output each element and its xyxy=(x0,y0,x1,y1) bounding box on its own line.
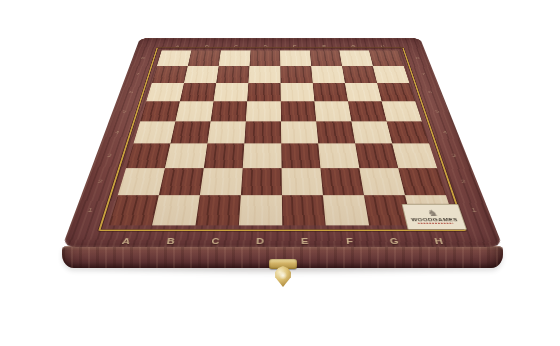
square-c1[interactable] xyxy=(195,195,240,225)
square-a6[interactable] xyxy=(146,83,184,101)
square-d1[interactable] xyxy=(239,195,282,225)
square-b5[interactable] xyxy=(175,101,213,121)
brand-label: ♞ WOODGAMES xyxy=(402,204,467,230)
square-g7[interactable] xyxy=(342,66,377,83)
square-g2[interactable] xyxy=(359,168,405,195)
square-d7[interactable] xyxy=(248,66,280,83)
square-h6[interactable] xyxy=(377,83,415,101)
square-d6[interactable] xyxy=(247,83,281,101)
square-c4[interactable] xyxy=(207,121,245,143)
square-f5[interactable] xyxy=(314,101,351,121)
square-b1[interactable] xyxy=(152,195,200,225)
square-e8[interactable] xyxy=(280,50,311,66)
square-g3[interactable] xyxy=(355,144,398,168)
square-g8[interactable] xyxy=(339,50,372,66)
square-a2[interactable] xyxy=(118,168,165,195)
file-label: G xyxy=(371,236,418,246)
brass-clasp xyxy=(266,258,300,290)
file-label: A xyxy=(102,236,149,246)
file-label: E xyxy=(282,236,327,246)
product-photo-stage: ABCDEFGH ABCDEFGH 87654321 87654321 ♞ WO… xyxy=(0,0,560,346)
square-f7[interactable] xyxy=(311,66,345,83)
square-f2[interactable] xyxy=(320,168,363,195)
square-g4[interactable] xyxy=(351,121,392,143)
square-c8[interactable] xyxy=(219,50,251,66)
square-b7[interactable] xyxy=(184,66,219,83)
square-g6[interactable] xyxy=(345,83,382,101)
file-labels-front: ABCDEFGH xyxy=(102,236,462,246)
square-a8[interactable] xyxy=(157,50,191,66)
brand-tagline-line xyxy=(417,223,454,224)
square-e3[interactable] xyxy=(281,144,320,168)
square-f1[interactable] xyxy=(323,195,369,225)
square-b4[interactable] xyxy=(170,121,210,143)
square-h8[interactable] xyxy=(369,50,404,66)
square-c7[interactable] xyxy=(216,66,249,83)
square-c5[interactable] xyxy=(211,101,248,121)
square-a4[interactable] xyxy=(133,121,175,143)
square-e2[interactable] xyxy=(282,168,323,195)
square-c6[interactable] xyxy=(214,83,249,101)
square-e5[interactable] xyxy=(281,101,316,121)
square-a3[interactable] xyxy=(126,144,170,168)
square-h5[interactable] xyxy=(382,101,422,121)
file-label: C xyxy=(192,236,238,246)
square-e1[interactable] xyxy=(282,195,326,225)
square-h4[interactable] xyxy=(387,121,429,143)
square-g5[interactable] xyxy=(348,101,387,121)
square-b3[interactable] xyxy=(165,144,207,168)
square-a7[interactable] xyxy=(152,66,188,83)
clasp-pendant xyxy=(273,266,293,287)
chess-board: ABCDEFGH ABCDEFGH 87654321 87654321 ♞ WO… xyxy=(62,38,503,247)
square-d4[interactable] xyxy=(244,121,281,143)
square-d2[interactable] xyxy=(241,168,282,195)
square-b6[interactable] xyxy=(180,83,216,101)
square-d8[interactable] xyxy=(249,50,280,66)
brand-text: WOODGAMES xyxy=(411,217,459,222)
square-a5[interactable] xyxy=(140,101,180,121)
square-f3[interactable] xyxy=(318,144,359,168)
square-c3[interactable] xyxy=(204,144,245,168)
file-label: F xyxy=(327,236,373,246)
square-h7[interactable] xyxy=(373,66,409,83)
square-e7[interactable] xyxy=(280,66,312,83)
file-label: D xyxy=(237,236,282,246)
square-c2[interactable] xyxy=(200,168,243,195)
square-f6[interactable] xyxy=(313,83,348,101)
square-b8[interactable] xyxy=(188,50,221,66)
square-d3[interactable] xyxy=(243,144,282,168)
knight-crest-icon: ♞ xyxy=(426,209,439,216)
square-e4[interactable] xyxy=(281,121,318,143)
square-b2[interactable] xyxy=(159,168,204,195)
square-a1[interactable] xyxy=(109,195,159,225)
file-label: H xyxy=(415,236,463,246)
square-e6[interactable] xyxy=(281,83,315,101)
square-f8[interactable] xyxy=(310,50,342,66)
square-f4[interactable] xyxy=(316,121,355,143)
square-h3[interactable] xyxy=(392,144,437,168)
file-label: B xyxy=(147,236,194,246)
squares-grid xyxy=(109,50,456,225)
square-d5[interactable] xyxy=(246,101,281,121)
